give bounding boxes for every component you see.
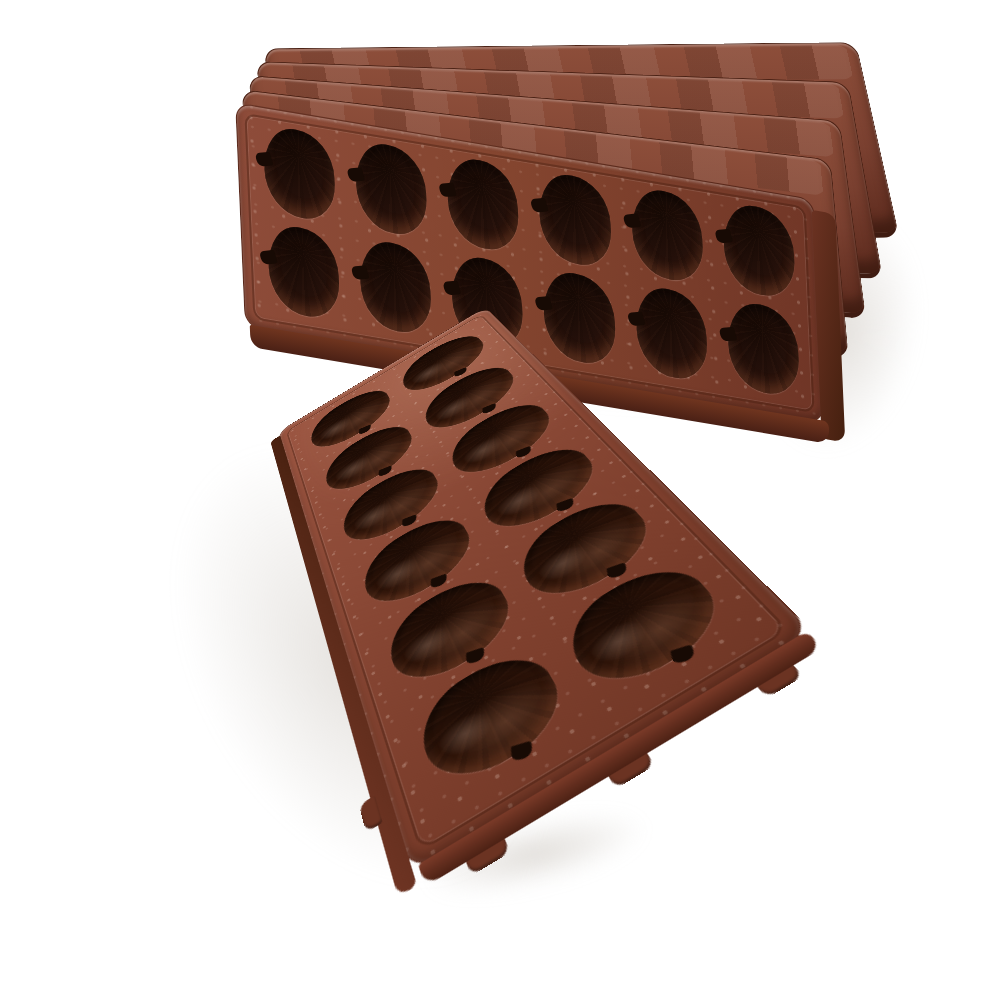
tray-foot xyxy=(607,750,655,789)
pumpkin-stem-notch xyxy=(718,326,737,341)
mancala-pit-pumpkin-cavity xyxy=(722,201,796,301)
mancala-pit-pumpkin-cavity xyxy=(538,170,612,270)
cavity-texture xyxy=(538,170,612,270)
cavity-texture xyxy=(630,186,704,286)
pumpkin-stem-notch xyxy=(622,213,641,228)
mancala-pit-pumpkin-cavity xyxy=(634,284,708,384)
cavity-texture xyxy=(634,284,708,384)
mancala-pit-pumpkin-cavity xyxy=(726,299,800,399)
mancala-pit-pumpkin-cavity xyxy=(630,186,704,286)
cavity-texture xyxy=(726,299,800,399)
cavity-texture xyxy=(722,201,796,301)
pumpkin-stem-notch xyxy=(714,228,733,243)
photo-scene xyxy=(0,0,1000,1000)
pumpkin-stem-notch xyxy=(626,311,645,326)
